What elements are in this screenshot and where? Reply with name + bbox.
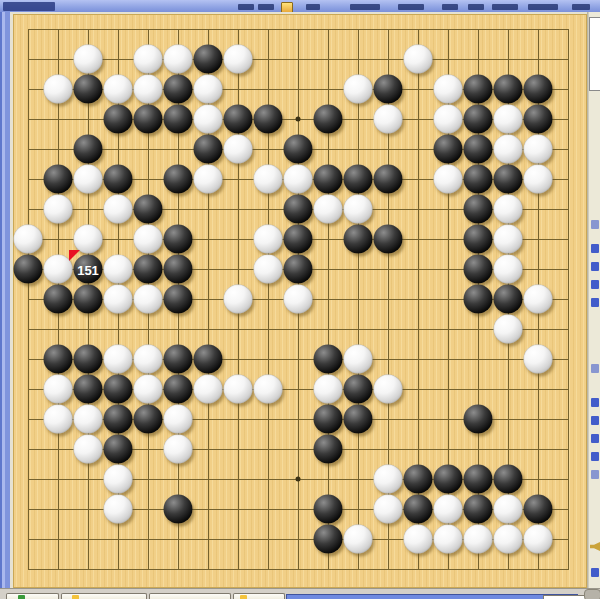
black-stone[interactable] — [104, 375, 133, 404]
black-stone[interactable] — [104, 435, 133, 464]
right-panel-sliver — [587, 12, 600, 588]
black-stone[interactable] — [464, 195, 493, 224]
white-stone[interactable] — [134, 45, 163, 74]
black-stone[interactable] — [164, 75, 193, 104]
menu-item[interactable] — [306, 4, 320, 10]
white-stone[interactable] — [434, 495, 463, 524]
black-stone[interactable] — [404, 465, 433, 494]
black-stone[interactable] — [434, 135, 463, 164]
panel-text-glyph — [591, 220, 599, 229]
white-stone[interactable] — [284, 165, 313, 194]
black-stone[interactable] — [104, 105, 133, 134]
black-stone[interactable] — [284, 255, 313, 284]
white-stone[interactable] — [494, 195, 523, 224]
black-stone[interactable] — [164, 105, 193, 134]
white-stone[interactable] — [44, 405, 73, 434]
black-stone[interactable] — [74, 285, 103, 314]
white-stone[interactable] — [104, 195, 133, 224]
white-stone[interactable] — [194, 165, 223, 194]
white-stone[interactable] — [164, 435, 193, 464]
white-stone[interactable] — [524, 285, 553, 314]
black-stone[interactable] — [44, 165, 73, 194]
white-stone[interactable] — [104, 345, 133, 374]
black-stone[interactable] — [314, 435, 343, 464]
white-stone[interactable] — [494, 495, 523, 524]
black-stone[interactable] — [314, 165, 343, 194]
black-stone[interactable] — [74, 345, 103, 374]
taskbar-button-yellow-icon — [240, 595, 247, 599]
window-left-border — [0, 12, 10, 599]
panel-link-glyph[interactable] — [591, 568, 599, 577]
menu-item[interactable] — [258, 4, 274, 10]
white-stone[interactable] — [44, 195, 73, 224]
taskbar-button[interactable] — [6, 593, 59, 599]
white-stone[interactable] — [254, 225, 283, 254]
black-stone[interactable] — [524, 75, 553, 104]
white-stone[interactable] — [104, 285, 133, 314]
menu-item[interactable] — [398, 4, 424, 10]
black-stone[interactable] — [344, 405, 373, 434]
black-stone[interactable] — [344, 225, 373, 254]
black-stone[interactable] — [74, 375, 103, 404]
black-stone[interactable] — [134, 405, 163, 434]
star-point — [296, 117, 301, 122]
speaker-icon[interactable] — [590, 542, 600, 551]
black-stone[interactable] — [314, 105, 343, 134]
white-stone[interactable] — [134, 375, 163, 404]
black-stone[interactable] — [344, 375, 373, 404]
white-stone[interactable] — [224, 135, 253, 164]
black-stone[interactable] — [284, 135, 313, 164]
white-stone[interactable] — [434, 165, 463, 194]
white-stone[interactable] — [164, 405, 193, 434]
white-stone[interactable] — [104, 465, 133, 494]
black-stone[interactable] — [74, 75, 103, 104]
right-panel-white-box — [589, 17, 600, 91]
menu-item[interactable] — [492, 4, 518, 10]
black-stone[interactable] — [14, 255, 43, 284]
black-stone[interactable] — [134, 255, 163, 284]
white-stone[interactable] — [224, 285, 253, 314]
white-stone[interactable] — [494, 525, 523, 554]
black-stone[interactable] — [494, 465, 523, 494]
white-stone[interactable] — [134, 285, 163, 314]
white-stone[interactable] — [524, 525, 553, 554]
black-stone[interactable] — [374, 165, 403, 194]
white-stone[interactable] — [284, 285, 313, 314]
white-stone[interactable] — [344, 195, 373, 224]
white-stone[interactable] — [254, 165, 283, 194]
white-stone[interactable] — [104, 255, 133, 284]
panel-link-glyph[interactable] — [591, 398, 599, 407]
black-stone[interactable] — [134, 195, 163, 224]
black-stone[interactable] — [314, 405, 343, 434]
white-stone[interactable] — [464, 525, 493, 554]
black-stone[interactable] — [344, 165, 373, 194]
white-stone[interactable] — [44, 375, 73, 404]
panel-link-glyph[interactable] — [591, 416, 599, 425]
grid-line-horizontal — [28, 569, 569, 570]
grid-line-vertical — [358, 29, 359, 570]
white-stone[interactable] — [494, 315, 523, 344]
white-stone[interactable] — [494, 225, 523, 254]
white-stone[interactable] — [254, 255, 283, 284]
panel-link-glyph[interactable] — [591, 244, 599, 253]
black-stone[interactable] — [74, 255, 103, 284]
panel-link-glyph[interactable] — [591, 434, 599, 443]
black-stone[interactable] — [494, 285, 523, 314]
black-stone[interactable] — [464, 285, 493, 314]
black-stone[interactable] — [464, 405, 493, 434]
taskbar-button-yellow-icon — [72, 595, 79, 599]
menu-item[interactable] — [350, 4, 380, 10]
black-stone[interactable] — [464, 105, 493, 134]
white-stone[interactable] — [494, 255, 523, 284]
panel-link-glyph[interactable] — [591, 280, 599, 289]
black-stone[interactable] — [464, 135, 493, 164]
menu-item[interactable] — [442, 4, 458, 10]
taskbar-sliver — [0, 588, 600, 599]
black-stone[interactable] — [494, 75, 523, 104]
black-stone[interactable] — [434, 465, 463, 494]
black-stone[interactable] — [524, 105, 553, 134]
white-stone[interactable] — [194, 105, 223, 134]
white-stone[interactable] — [104, 75, 133, 104]
taskbar-button[interactable] — [149, 593, 231, 599]
white-stone[interactable] — [224, 375, 253, 404]
black-stone[interactable] — [464, 255, 493, 284]
white-stone[interactable] — [524, 135, 553, 164]
white-stone[interactable] — [374, 495, 403, 524]
white-stone[interactable] — [224, 45, 253, 74]
menu-item[interactable] — [238, 4, 254, 10]
panel-text-glyph — [591, 364, 599, 373]
go-application-window: 151 — [0, 0, 600, 599]
black-stone[interactable] — [464, 495, 493, 524]
white-stone[interactable] — [434, 525, 463, 554]
black-stone[interactable] — [194, 345, 223, 374]
white-stone[interactable] — [44, 75, 73, 104]
grid-line-horizontal — [28, 329, 569, 330]
black-stone[interactable] — [374, 75, 403, 104]
black-stone[interactable] — [194, 135, 223, 164]
white-stone[interactable] — [404, 45, 433, 74]
black-stone[interactable] — [464, 465, 493, 494]
white-stone[interactable] — [404, 525, 433, 554]
grid-line-vertical — [568, 29, 569, 570]
white-stone[interactable] — [134, 345, 163, 374]
white-stone[interactable] — [524, 345, 553, 374]
white-stone[interactable] — [14, 225, 43, 254]
white-stone[interactable] — [374, 105, 403, 134]
white-stone[interactable] — [44, 255, 73, 284]
white-stone[interactable] — [74, 225, 103, 254]
black-stone[interactable] — [164, 285, 193, 314]
menu-item[interactable] — [468, 4, 484, 10]
panel-text-glyph — [591, 470, 599, 479]
panel-link-glyph[interactable] — [591, 262, 599, 271]
white-stone[interactable] — [344, 345, 373, 374]
white-stone[interactable] — [74, 45, 103, 74]
black-stone[interactable] — [104, 165, 133, 194]
black-stone[interactable] — [284, 195, 313, 224]
black-stone[interactable] — [44, 345, 73, 374]
white-stone[interactable] — [374, 375, 403, 404]
star-point — [296, 477, 301, 482]
panel-link-glyph[interactable] — [591, 298, 599, 307]
white-stone[interactable] — [134, 75, 163, 104]
taskbar-button-green-icon — [18, 595, 25, 599]
white-stone[interactable] — [494, 105, 523, 134]
black-stone[interactable] — [524, 495, 553, 524]
black-stone[interactable] — [164, 165, 193, 194]
white-stone[interactable] — [104, 495, 133, 524]
white-stone[interactable] — [314, 375, 343, 404]
white-stone[interactable] — [374, 465, 403, 494]
white-stone[interactable] — [194, 75, 223, 104]
black-stone[interactable] — [374, 225, 403, 254]
white-stone[interactable] — [194, 375, 223, 404]
white-stone[interactable] — [74, 165, 103, 194]
menu-item[interactable] — [572, 4, 590, 10]
black-stone[interactable] — [104, 405, 133, 434]
white-stone[interactable] — [434, 105, 463, 134]
black-stone[interactable] — [404, 495, 433, 524]
white-stone[interactable] — [494, 135, 523, 164]
scroll-corner-knob[interactable] — [584, 589, 600, 599]
black-stone[interactable] — [164, 345, 193, 374]
black-stone[interactable] — [194, 45, 223, 74]
white-stone[interactable] — [344, 75, 373, 104]
black-stone[interactable] — [314, 525, 343, 554]
taskbar-blue-strip[interactable] — [286, 594, 578, 599]
white-stone[interactable] — [134, 225, 163, 254]
panel-link-glyph[interactable] — [591, 452, 599, 461]
black-stone[interactable] — [464, 225, 493, 254]
black-stone[interactable] — [464, 75, 493, 104]
black-stone[interactable] — [254, 105, 283, 134]
white-stone[interactable] — [524, 165, 553, 194]
window-title-text-cut — [3, 2, 55, 11]
white-stone[interactable] — [74, 405, 103, 434]
black-stone[interactable] — [164, 255, 193, 284]
black-stone[interactable] — [44, 285, 73, 314]
panel-divider — [588, 12, 589, 588]
black-stone[interactable] — [74, 135, 103, 164]
white-stone[interactable] — [344, 525, 373, 554]
white-stone[interactable] — [164, 45, 193, 74]
go-board[interactable]: 151 — [13, 14, 587, 588]
white-stone[interactable] — [74, 435, 103, 464]
black-stone[interactable] — [314, 495, 343, 524]
black-stone[interactable] — [224, 105, 253, 134]
menu-item[interactable] — [528, 4, 558, 10]
black-stone[interactable] — [314, 345, 343, 374]
black-stone[interactable] — [164, 375, 193, 404]
white-stone[interactable] — [434, 75, 463, 104]
black-stone[interactable] — [464, 165, 493, 194]
white-stone[interactable] — [314, 195, 343, 224]
white-stone[interactable] — [254, 375, 283, 404]
black-stone[interactable] — [164, 495, 193, 524]
black-stone[interactable] — [494, 165, 523, 194]
black-stone[interactable] — [284, 225, 313, 254]
black-stone[interactable] — [164, 225, 193, 254]
black-stone[interactable] — [134, 105, 163, 134]
